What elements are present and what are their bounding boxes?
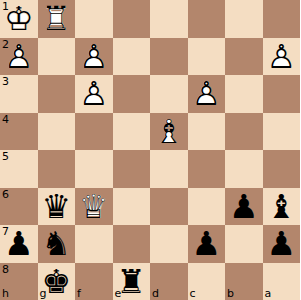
square-e6[interactable]: [113, 188, 151, 226]
square-g6[interactable]: ♛: [38, 188, 76, 226]
white-pawn: ♟♙: [75, 75, 113, 113]
square-e8[interactable]: e♜: [113, 263, 151, 300]
rank-label-5: 5: [2, 151, 9, 162]
screenshot-stage: 1♚♔♜♖2♟♙♟♙♟♙3♟♙♟♙4♝♗56♛♛♕♟♝7♟♞♟♟8hg♚fe♜d…: [0, 0, 300, 300]
square-c3[interactable]: ♟♙: [188, 75, 226, 113]
square-f1[interactable]: [75, 0, 113, 38]
square-d5[interactable]: [150, 150, 188, 188]
black-queen: ♛: [38, 188, 76, 226]
square-a7[interactable]: ♟: [263, 225, 301, 263]
square-b1[interactable]: [225, 0, 263, 38]
square-c1[interactable]: [188, 0, 226, 38]
file-label-c: c: [190, 288, 196, 299]
square-h7[interactable]: 7♟: [0, 225, 38, 263]
square-d1[interactable]: [150, 0, 188, 38]
square-c7[interactable]: ♟: [188, 225, 226, 263]
square-g7[interactable]: ♞: [38, 225, 76, 263]
rank-label-4: 4: [2, 114, 9, 125]
black-king: ♚: [38, 263, 76, 300]
square-f5[interactable]: [75, 150, 113, 188]
square-g8[interactable]: g♚: [38, 263, 76, 300]
black-pawn: ♟: [188, 225, 226, 263]
square-d7[interactable]: [150, 225, 188, 263]
white-rook: ♜♖: [38, 0, 76, 38]
square-b7[interactable]: [225, 225, 263, 263]
white-king: ♚♔: [0, 0, 38, 38]
chess-board: 1♚♔♜♖2♟♙♟♙♟♙3♟♙♟♙4♝♗56♛♛♕♟♝7♟♞♟♟8hg♚fe♜d…: [0, 0, 300, 300]
square-d4[interactable]: ♝♗: [150, 113, 188, 151]
square-b3[interactable]: [225, 75, 263, 113]
square-h5[interactable]: 5: [0, 150, 38, 188]
square-b2[interactable]: [225, 38, 263, 76]
square-e4[interactable]: [113, 113, 151, 151]
square-e5[interactable]: [113, 150, 151, 188]
square-c5[interactable]: [188, 150, 226, 188]
square-c4[interactable]: [188, 113, 226, 151]
square-c2[interactable]: [188, 38, 226, 76]
square-f7[interactable]: [75, 225, 113, 263]
square-f2[interactable]: ♟♙: [75, 38, 113, 76]
file-label-f: f: [77, 288, 81, 299]
square-g3[interactable]: [38, 75, 76, 113]
black-pawn: ♟: [263, 225, 301, 263]
square-f3[interactable]: ♟♙: [75, 75, 113, 113]
square-h3[interactable]: 3: [0, 75, 38, 113]
file-label-d: d: [152, 288, 159, 299]
white-bishop: ♝♗: [150, 113, 188, 151]
white-pawn: ♟♙: [0, 38, 38, 76]
square-f4[interactable]: [75, 113, 113, 151]
square-h8[interactable]: 8h: [0, 263, 38, 300]
square-c8[interactable]: c: [188, 263, 226, 300]
square-b8[interactable]: b: [225, 263, 263, 300]
square-a4[interactable]: [263, 113, 301, 151]
file-label-h: h: [2, 288, 9, 299]
black-bishop: ♝: [263, 188, 301, 226]
square-f8[interactable]: f: [75, 263, 113, 300]
black-rook: ♜: [113, 263, 151, 300]
square-g4[interactable]: [38, 113, 76, 151]
square-a6[interactable]: ♝: [263, 188, 301, 226]
square-g2[interactable]: [38, 38, 76, 76]
square-c6[interactable]: [188, 188, 226, 226]
square-a3[interactable]: [263, 75, 301, 113]
black-pawn: ♟: [0, 225, 38, 263]
square-d2[interactable]: [150, 38, 188, 76]
white-pawn: ♟♙: [263, 38, 301, 76]
square-g5[interactable]: [38, 150, 76, 188]
square-d3[interactable]: [150, 75, 188, 113]
square-a5[interactable]: [263, 150, 301, 188]
black-knight: ♞: [38, 225, 76, 263]
square-e3[interactable]: [113, 75, 151, 113]
rank-label-6: 6: [2, 189, 9, 200]
square-e2[interactable]: [113, 38, 151, 76]
square-f6[interactable]: ♛♕: [75, 188, 113, 226]
white-pawn: ♟♙: [75, 38, 113, 76]
square-a1[interactable]: [263, 0, 301, 38]
square-d6[interactable]: [150, 188, 188, 226]
square-h2[interactable]: 2♟♙: [0, 38, 38, 76]
white-pawn: ♟♙: [188, 75, 226, 113]
square-a8[interactable]: a: [263, 263, 301, 300]
square-b6[interactable]: ♟: [225, 188, 263, 226]
square-b5[interactable]: [225, 150, 263, 188]
square-b4[interactable]: [225, 113, 263, 151]
rank-label-3: 3: [2, 76, 9, 87]
square-h6[interactable]: 6: [0, 188, 38, 226]
square-a2[interactable]: ♟♙: [263, 38, 301, 76]
square-h1[interactable]: 1♚♔: [0, 0, 38, 38]
square-d8[interactable]: d: [150, 263, 188, 300]
file-label-b: b: [227, 288, 234, 299]
file-label-a: a: [265, 288, 272, 299]
square-e1[interactable]: [113, 0, 151, 38]
white-queen: ♛♕: [75, 188, 113, 226]
square-g1[interactable]: ♜♖: [38, 0, 76, 38]
square-h4[interactable]: 4: [0, 113, 38, 151]
rank-label-8: 8: [2, 264, 9, 275]
square-e7[interactable]: [113, 225, 151, 263]
black-pawn: ♟: [225, 188, 263, 226]
